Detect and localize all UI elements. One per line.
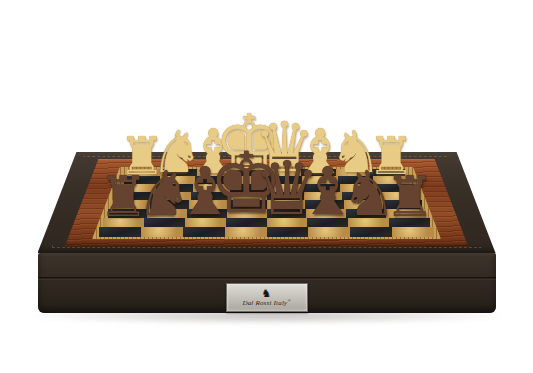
case-front-face: ♞ Dal Rossi Italy® [38, 253, 496, 313]
brand-plaque: ♞ Dal Rossi Italy® [226, 283, 308, 312]
product-photo-chess-set: ♜♞♝♚♛♝♞♜♜♞♝♚♛♝♞♜ ♞ Dal Rossi Italy® [0, 0, 533, 373]
brand-text: Dal Rossi Italy® [242, 299, 290, 308]
knight-logo-icon: ♞ [262, 288, 272, 299]
trademark-symbol: ® [287, 298, 290, 303]
case-lid-seam [38, 277, 496, 280]
piece-bR[interactable]: ♜ [384, 169, 434, 225]
pieces-layer: ♜♞♝♚♛♝♞♜♜♞♝♚♛♝♞♜ [99, 169, 434, 238]
brand-name: Dal Rossi Italy [242, 299, 287, 307]
